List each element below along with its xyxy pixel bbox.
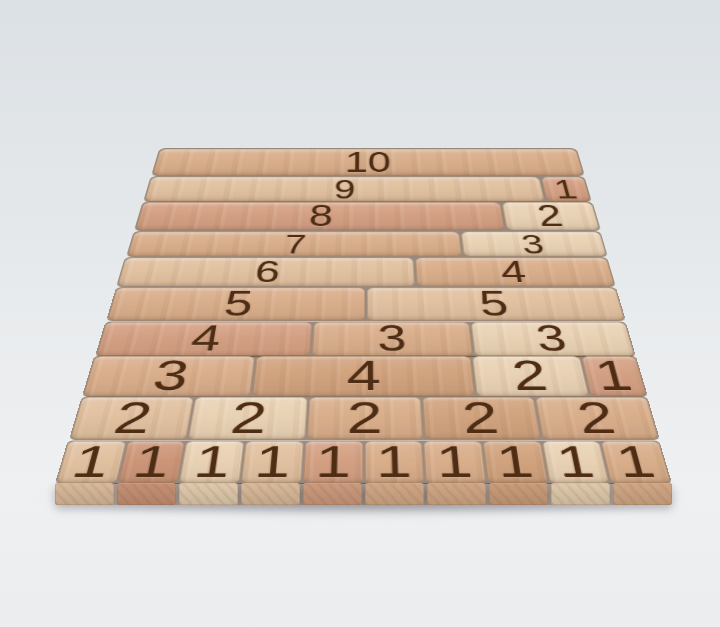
rod-number-label: 3 [533,321,569,357]
rod-2[interactable]: 2 [306,398,422,440]
rod-number-label: 1 [315,439,352,483]
unit-cube-front [427,483,486,505]
rod-number-label: 4 [188,321,223,357]
board-row-10: 10 [151,148,585,176]
rod-2[interactable]: 2 [535,398,659,440]
scene-backdrop: 1091827364554333421222221111111111 [0,0,720,627]
unit-cube-front [489,483,548,505]
unit-cube-front [365,483,424,505]
board-row-1: 1111111111 [55,440,672,483]
rod-number-label: 3 [377,321,407,357]
rod-number-label: 1 [435,439,474,483]
rod-number-label: 1 [253,439,292,483]
board-row-5: 55 [106,287,626,321]
rod-number-label: 1 [376,439,413,483]
rod-7[interactable]: 7 [127,232,461,257]
rod-5[interactable]: 5 [107,288,365,321]
rod-number-label: 8 [308,202,334,232]
unit-cube-front [117,483,176,505]
rod-3[interactable]: 3 [460,232,606,257]
rod-number-label: 6 [254,257,282,288]
unit-cube-front [55,483,114,505]
unit-cube-front-faces [55,483,672,505]
board-row-2: 22222 [69,397,660,440]
rod-number-label: 1 [191,439,233,483]
rod-1[interactable]: 1 [581,357,646,397]
rod-number-label: 2 [109,396,155,440]
unit-cube-front [613,483,672,505]
rod-number-label: 2 [509,356,550,398]
board-row-3: 3421 [82,356,648,397]
rod-1[interactable]: 1 [601,441,671,483]
rod-number-label: 1 [591,356,636,398]
rod-10[interactable]: 10 [152,149,583,176]
rod-number-label: 1 [129,439,174,483]
unit-cube-front [551,483,610,505]
rod-1[interactable]: 1 [56,441,126,483]
board-row-8: 82 [134,202,601,231]
rod-4[interactable]: 4 [415,258,615,287]
unit-cube-front [179,483,238,505]
rod-1[interactable]: 1 [180,441,245,483]
rod-1[interactable]: 1 [541,177,591,202]
rod-1[interactable]: 1 [364,441,424,483]
unit-cube-front [241,483,300,505]
rod-2[interactable]: 2 [422,398,541,440]
board-row-4: 433 [95,321,636,356]
rod-number-label: 1 [553,439,598,483]
rod-number-label: 9 [334,176,356,203]
rod-5[interactable]: 5 [367,288,625,321]
rod-8[interactable]: 8 [135,203,505,231]
number-rods-board: 1091827364554333421222221111111111 [0,0,720,627]
board-row-6: 64 [116,257,616,287]
rod-4[interactable]: 4 [96,322,312,356]
rod-2[interactable]: 2 [70,398,194,440]
rod-number-label: 2 [535,202,566,232]
rod-number-label: 2 [460,396,501,440]
rod-2[interactable]: 2 [473,357,589,397]
rod-number-label: 4 [499,257,529,288]
rod-4[interactable]: 4 [252,357,475,397]
rod-number-label: 4 [347,356,382,398]
rod-6[interactable]: 6 [118,258,415,287]
rod-3[interactable]: 3 [470,322,634,356]
board-row-9: 91 [143,176,592,202]
rod-number-label: 3 [519,231,546,258]
rod-1[interactable]: 1 [424,441,486,483]
rod-number-label: 1 [494,439,536,483]
rod-1[interactable]: 1 [483,441,548,483]
rod-3[interactable]: 3 [83,357,255,397]
rod-number-label: 2 [346,396,382,440]
rod-9[interactable]: 9 [144,177,544,202]
rod-number-label: 1 [68,439,115,483]
rod-number-label: 2 [228,396,269,440]
rod-number-label: 1 [612,439,659,483]
rod-number-label: 10 [345,148,392,177]
rod-number-label: 2 [573,396,619,440]
rod-3[interactable]: 3 [312,322,472,356]
rod-1[interactable]: 1 [303,441,363,483]
rod-number-label: 3 [149,356,192,398]
rod-2[interactable]: 2 [188,398,307,440]
board-row-7: 73 [126,231,608,257]
rod-number-label: 5 [222,287,255,322]
rod-1[interactable]: 1 [118,441,185,483]
rod-number-label: 7 [283,231,307,258]
rod-number-label: 5 [477,287,510,322]
rod-1[interactable]: 1 [241,441,303,483]
rod-1[interactable]: 1 [542,441,609,483]
rod-2[interactable]: 2 [502,203,599,231]
unit-cube-front [303,483,362,505]
